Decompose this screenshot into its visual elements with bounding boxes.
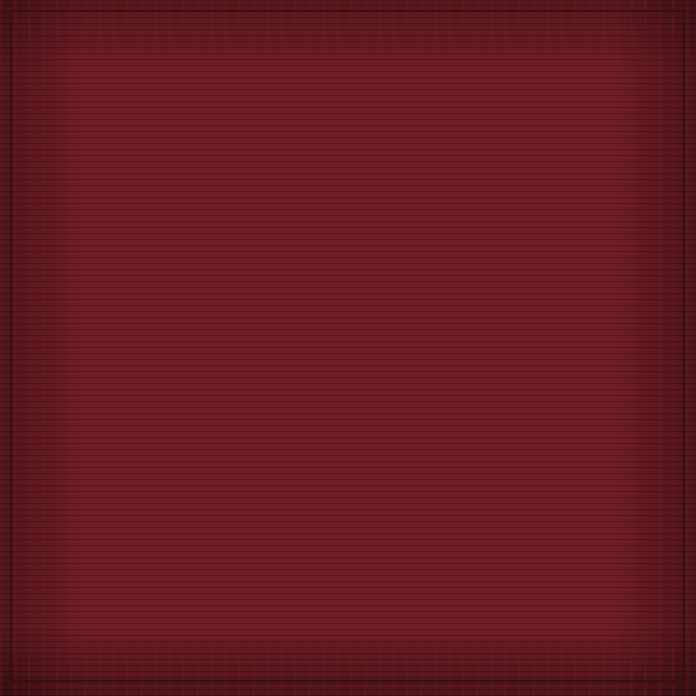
chess-board	[10, 10, 685, 682]
board-frame	[0, 0, 696, 696]
